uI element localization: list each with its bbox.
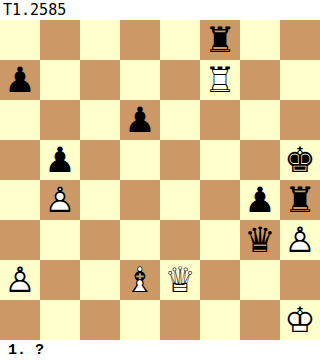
square-g6[interactable] [240,100,280,140]
square-c3[interactable] [80,220,120,260]
square-h8[interactable] [280,20,320,60]
chess-board[interactable]: ♜♟♜♖♟♟♚♟♙♟♜♛♟♙♟♙♝♗♛♕♚♔ [0,20,320,340]
square-d3[interactable] [120,220,160,260]
square-b2[interactable] [40,260,80,300]
square-c5[interactable] [80,140,120,180]
square-e3[interactable] [160,220,200,260]
white-pawn[interactable]: ♙ [0,260,40,300]
square-b4[interactable]: ♟♙ [40,180,80,220]
square-b1[interactable] [40,300,80,340]
black-pawn[interactable]: ♟ [120,100,160,140]
square-a6[interactable] [0,100,40,140]
square-g4[interactable]: ♟ [240,180,280,220]
black-rook[interactable]: ♜ [200,20,240,60]
square-a5[interactable] [0,140,40,180]
square-c6[interactable] [80,100,120,140]
white-rook-fill: ♜ [200,60,240,100]
square-h6[interactable] [280,100,320,140]
square-c7[interactable] [80,60,120,100]
square-h4[interactable]: ♜ [280,180,320,220]
square-e4[interactable] [160,180,200,220]
square-h5[interactable]: ♚ [280,140,320,180]
white-pawn-fill: ♟ [280,220,320,260]
square-c2[interactable] [80,260,120,300]
move-prompt: 1. ? [8,342,44,359]
square-g7[interactable] [240,60,280,100]
square-b5[interactable]: ♟ [40,140,80,180]
square-f7[interactable]: ♜♖ [200,60,240,100]
square-f2[interactable] [200,260,240,300]
black-rook[interactable]: ♜ [280,180,320,220]
white-bishop-fill: ♝ [120,260,160,300]
square-b6[interactable] [40,100,80,140]
square-g1[interactable] [240,300,280,340]
white-pawn-fill: ♟ [40,180,80,220]
square-g3[interactable]: ♛ [240,220,280,260]
square-f6[interactable] [200,100,240,140]
square-d7[interactable] [120,60,160,100]
square-g5[interactable] [240,140,280,180]
square-f1[interactable] [200,300,240,340]
square-h7[interactable] [280,60,320,100]
puzzle-id: T1.2585 [3,1,66,19]
square-a8[interactable] [0,20,40,60]
square-h3[interactable]: ♟♙ [280,220,320,260]
square-a2[interactable]: ♟♙ [0,260,40,300]
square-d4[interactable] [120,180,160,220]
square-f8[interactable]: ♜ [200,20,240,60]
square-c1[interactable] [80,300,120,340]
white-pawn-fill: ♟ [0,260,40,300]
square-d1[interactable] [120,300,160,340]
square-a4[interactable] [0,180,40,220]
square-d8[interactable] [120,20,160,60]
square-f5[interactable] [200,140,240,180]
square-c8[interactable] [80,20,120,60]
black-king[interactable]: ♚ [280,140,320,180]
square-e7[interactable] [160,60,200,100]
black-pawn[interactable]: ♟ [40,140,80,180]
square-g8[interactable] [240,20,280,60]
square-h2[interactable] [280,260,320,300]
white-bishop[interactable]: ♗ [120,260,160,300]
square-e8[interactable] [160,20,200,60]
square-f3[interactable] [200,220,240,260]
status-bar: 1. ? [0,340,320,360]
square-e2[interactable]: ♛♕ [160,260,200,300]
chess-puzzle-window: T1.2585 ♜♟♜♖♟♟♚♟♙♟♜♛♟♙♟♙♝♗♛♕♚♔ 1. ? [0,0,320,360]
square-d6[interactable]: ♟ [120,100,160,140]
white-queen-fill: ♛ [160,260,200,300]
white-rook[interactable]: ♖ [200,60,240,100]
white-king-fill: ♚ [280,300,320,340]
white-pawn[interactable]: ♙ [40,180,80,220]
square-e1[interactable] [160,300,200,340]
white-pawn[interactable]: ♙ [280,220,320,260]
square-a1[interactable] [0,300,40,340]
square-a7[interactable]: ♟ [0,60,40,100]
black-pawn[interactable]: ♟ [240,180,280,220]
title-bar: T1.2585 [0,0,320,20]
square-d2[interactable]: ♝♗ [120,260,160,300]
square-e5[interactable] [160,140,200,180]
black-queen[interactable]: ♛ [240,220,280,260]
square-f4[interactable] [200,180,240,220]
square-b8[interactable] [40,20,80,60]
square-h1[interactable]: ♚♔ [280,300,320,340]
white-queen[interactable]: ♕ [160,260,200,300]
square-d5[interactable] [120,140,160,180]
square-a3[interactable] [0,220,40,260]
square-e6[interactable] [160,100,200,140]
black-pawn[interactable]: ♟ [0,60,40,100]
white-king[interactable]: ♔ [280,300,320,340]
square-g2[interactable] [240,260,280,300]
square-b3[interactable] [40,220,80,260]
square-b7[interactable] [40,60,80,100]
square-c4[interactable] [80,180,120,220]
